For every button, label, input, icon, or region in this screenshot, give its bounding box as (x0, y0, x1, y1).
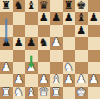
square-a1[interactable]: ♜ (0, 87, 13, 99)
square-h6[interactable] (88, 25, 101, 37)
piece-white-rook[interactable]: ♜ (1, 86, 11, 98)
piece-black-pawn[interactable]: ♟ (76, 24, 86, 36)
piece-black-bishop[interactable]: ♝ (26, 0, 36, 12)
piece-black-pawn[interactable]: ♟ (64, 12, 74, 24)
chess-app: ♜♞♝♛♜♚♟♟♟♝♟♟♟♟♟♞♟♟♟♞♟♟♝♟♟♟♜♞♝♛♜♚ (0, 0, 100, 99)
piece-black-pawn[interactable]: ♟ (39, 12, 49, 24)
square-a3[interactable]: ♟ (0, 62, 13, 74)
square-a7[interactable] (0, 12, 13, 24)
square-d1[interactable]: ♛ (38, 87, 51, 99)
piece-white-pawn[interactable]: ♟ (1, 61, 11, 73)
square-b5[interactable]: ♟ (13, 37, 26, 49)
square-a8[interactable]: ♜ (0, 0, 13, 12)
square-b8[interactable]: ♞ (13, 0, 26, 12)
piece-white-bishop[interactable]: ♝ (26, 86, 36, 98)
piece-black-pawn[interactable]: ♟ (26, 37, 36, 49)
square-e5[interactable]: ♟ (50, 37, 63, 49)
square-h7[interactable]: ♟ (88, 12, 101, 24)
square-c8[interactable]: ♝ (25, 0, 38, 12)
piece-black-pawn[interactable]: ♟ (14, 37, 24, 49)
square-f5[interactable] (63, 37, 76, 49)
square-h2[interactable]: ♟ (88, 74, 101, 86)
piece-white-pawn[interactable]: ♟ (64, 74, 74, 86)
piece-white-pawn[interactable]: ♟ (51, 37, 61, 49)
square-b7[interactable] (13, 12, 26, 24)
square-d5[interactable]: ♞ (38, 37, 51, 49)
piece-white-queen[interactable]: ♛ (39, 86, 49, 98)
square-f2[interactable]: ♟ (63, 74, 76, 86)
square-c5[interactable]: ♟ (25, 37, 38, 49)
square-g5[interactable] (75, 37, 88, 49)
square-b4[interactable] (13, 50, 26, 62)
piece-black-knight[interactable]: ♞ (14, 0, 24, 12)
square-h4[interactable] (88, 50, 101, 62)
piece-white-knight[interactable]: ♞ (14, 86, 24, 98)
square-c7[interactable] (25, 12, 38, 24)
piece-black-knight[interactable]: ♞ (39, 37, 49, 49)
square-e7[interactable]: ♟ (50, 12, 63, 24)
piece-black-pawn[interactable]: ♟ (89, 12, 99, 24)
square-g1[interactable]: ♚ (75, 87, 88, 99)
square-e1[interactable]: ♜ (50, 87, 63, 99)
piece-white-rook[interactable]: ♜ (51, 86, 61, 98)
square-d7[interactable]: ♟ (38, 12, 51, 24)
piece-white-pawn[interactable]: ♟ (26, 61, 36, 73)
square-e4[interactable] (50, 50, 63, 62)
square-c1[interactable]: ♝ (25, 87, 38, 99)
square-f1[interactable] (63, 87, 76, 99)
chess-board: ♜♞♝♛♜♚♟♟♟♝♟♟♟♟♟♞♟♟♟♞♟♟♝♟♟♟♜♞♝♛♜♚ (0, 0, 100, 99)
piece-black-rook[interactable]: ♜ (1, 0, 11, 12)
square-b1[interactable]: ♞ (13, 87, 26, 99)
square-c3[interactable]: ♟ (25, 62, 38, 74)
square-f6[interactable] (63, 25, 76, 37)
piece-black-pawn[interactable]: ♟ (1, 37, 11, 49)
square-g4[interactable] (75, 50, 88, 62)
square-d4[interactable] (38, 50, 51, 62)
piece-white-pawn[interactable]: ♟ (89, 74, 99, 86)
piece-white-king[interactable]: ♚ (76, 86, 86, 98)
square-g6[interactable]: ♟ (75, 25, 88, 37)
square-h1[interactable] (88, 87, 101, 99)
square-a5[interactable]: ♟ (0, 37, 13, 49)
piece-black-pawn[interactable]: ♟ (51, 12, 61, 24)
square-h5[interactable] (88, 37, 101, 49)
square-f7[interactable]: ♟ (63, 12, 76, 24)
